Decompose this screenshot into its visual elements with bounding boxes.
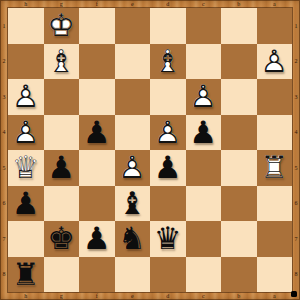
square-f3[interactable] bbox=[79, 79, 115, 115]
black-pawn: ♟ bbox=[186, 115, 222, 151]
square-d2[interactable]: ♝♗ bbox=[150, 44, 186, 80]
coord-bottom-b: b bbox=[235, 292, 243, 300]
square-g7[interactable]: ♚ bbox=[44, 221, 80, 257]
square-f7[interactable]: ♟ bbox=[79, 221, 115, 257]
black-pawn: ♟ bbox=[150, 150, 186, 186]
coord-left-5: 5 bbox=[0, 164, 8, 172]
square-e6[interactable]: ♝ bbox=[115, 186, 151, 222]
white-pawn: ♟♙ bbox=[150, 115, 186, 151]
square-a7[interactable] bbox=[257, 221, 293, 257]
square-f8[interactable] bbox=[79, 257, 115, 293]
coord-right-4: 4 bbox=[292, 128, 300, 136]
square-b4[interactable] bbox=[221, 115, 257, 151]
square-g8[interactable] bbox=[44, 257, 80, 293]
coord-bottom-h: h bbox=[22, 292, 30, 300]
coord-top-a: a bbox=[270, 0, 278, 8]
coord-right-8: 8 bbox=[292, 270, 300, 278]
coord-right-7: 7 bbox=[292, 235, 300, 243]
square-a1[interactable] bbox=[257, 8, 293, 44]
square-b3[interactable] bbox=[221, 79, 257, 115]
square-e8[interactable] bbox=[115, 257, 151, 293]
coord-top-h: h bbox=[22, 0, 30, 8]
white-pawn: ♟♙ bbox=[257, 44, 293, 80]
square-c6[interactable] bbox=[186, 186, 222, 222]
square-e3[interactable] bbox=[115, 79, 151, 115]
white-bishop: ♝♗ bbox=[150, 44, 186, 80]
black-pawn: ♟ bbox=[79, 221, 115, 257]
board-grid: ♚♔♝♗♝♗♟♙♟♙♟♙♟♙♟♟♙♟♛♕♟♟♙♟♜♖♟♝♚♟♞♛♜ bbox=[8, 8, 292, 292]
coord-left-1: 1 bbox=[0, 22, 8, 30]
coord-left-8: 8 bbox=[0, 270, 8, 278]
square-c8[interactable] bbox=[186, 257, 222, 293]
black-pawn: ♟ bbox=[79, 115, 115, 151]
square-e5[interactable]: ♟♙ bbox=[115, 150, 151, 186]
white-queen: ♛♕ bbox=[8, 150, 44, 186]
square-c2[interactable] bbox=[186, 44, 222, 80]
square-d1[interactable] bbox=[150, 8, 186, 44]
square-d7[interactable]: ♛ bbox=[150, 221, 186, 257]
square-b5[interactable] bbox=[221, 150, 257, 186]
square-a6[interactable] bbox=[257, 186, 293, 222]
white-pawn: ♟♙ bbox=[186, 79, 222, 115]
square-f1[interactable] bbox=[79, 8, 115, 44]
coord-left-7: 7 bbox=[0, 235, 8, 243]
white-bishop: ♝♗ bbox=[44, 44, 80, 80]
square-a5[interactable]: ♜♖ bbox=[257, 150, 293, 186]
square-a4[interactable] bbox=[257, 115, 293, 151]
black-pawn: ♟ bbox=[8, 186, 44, 222]
coord-bottom-e: e bbox=[128, 292, 136, 300]
coord-bottom-c: c bbox=[199, 292, 207, 300]
square-c4[interactable]: ♟ bbox=[186, 115, 222, 151]
square-b6[interactable] bbox=[221, 186, 257, 222]
coord-top-f: f bbox=[93, 0, 101, 8]
black-rook: ♜ bbox=[8, 257, 44, 293]
square-h3[interactable]: ♟♙ bbox=[8, 79, 44, 115]
coord-left-4: 4 bbox=[0, 128, 8, 136]
square-d3[interactable] bbox=[150, 79, 186, 115]
square-h7[interactable] bbox=[8, 221, 44, 257]
square-h2[interactable] bbox=[8, 44, 44, 80]
square-g3[interactable] bbox=[44, 79, 80, 115]
square-g2[interactable]: ♝♗ bbox=[44, 44, 80, 80]
square-d5[interactable]: ♟ bbox=[150, 150, 186, 186]
square-b2[interactable] bbox=[221, 44, 257, 80]
square-c3[interactable]: ♟♙ bbox=[186, 79, 222, 115]
white-rook: ♜♖ bbox=[257, 150, 293, 186]
square-h4[interactable]: ♟♙ bbox=[8, 115, 44, 151]
chess-board: ♚♔♝♗♝♗♟♙♟♙♟♙♟♙♟♟♙♟♛♕♟♟♙♟♜♖♟♝♚♟♞♛♜ hgfedc… bbox=[0, 0, 300, 300]
square-f2[interactable] bbox=[79, 44, 115, 80]
square-g5[interactable]: ♟ bbox=[44, 150, 80, 186]
square-a8[interactable] bbox=[257, 257, 293, 293]
coord-top-e: e bbox=[128, 0, 136, 8]
coord-top-d: d bbox=[164, 0, 172, 8]
black-knight: ♞ bbox=[115, 221, 151, 257]
square-f5[interactable] bbox=[79, 150, 115, 186]
coord-right-1: 1 bbox=[292, 22, 300, 30]
black-to-move-indicator bbox=[291, 291, 297, 297]
square-c1[interactable] bbox=[186, 8, 222, 44]
square-b1[interactable] bbox=[221, 8, 257, 44]
square-c7[interactable] bbox=[186, 221, 222, 257]
square-h1[interactable] bbox=[8, 8, 44, 44]
square-g1[interactable]: ♚♔ bbox=[44, 8, 80, 44]
black-queen: ♛ bbox=[150, 221, 186, 257]
square-g4[interactable] bbox=[44, 115, 80, 151]
white-pawn: ♟♙ bbox=[115, 150, 151, 186]
coord-left-2: 2 bbox=[0, 57, 8, 65]
coord-left-3: 3 bbox=[0, 93, 8, 101]
square-f4[interactable]: ♟ bbox=[79, 115, 115, 151]
square-e2[interactable] bbox=[115, 44, 151, 80]
coord-left-6: 6 bbox=[0, 199, 8, 207]
square-g6[interactable] bbox=[44, 186, 80, 222]
coord-top-c: c bbox=[199, 0, 207, 8]
coord-bottom-a: a bbox=[270, 292, 278, 300]
black-bishop: ♝ bbox=[115, 186, 151, 222]
white-pawn: ♟♙ bbox=[8, 115, 44, 151]
coord-right-3: 3 bbox=[292, 93, 300, 101]
square-a2[interactable]: ♟♙ bbox=[257, 44, 293, 80]
square-d4[interactable]: ♟♙ bbox=[150, 115, 186, 151]
square-d8[interactable] bbox=[150, 257, 186, 293]
square-e7[interactable]: ♞ bbox=[115, 221, 151, 257]
square-b8[interactable] bbox=[221, 257, 257, 293]
square-e1[interactable] bbox=[115, 8, 151, 44]
square-c5[interactable] bbox=[186, 150, 222, 186]
white-king: ♚♔ bbox=[44, 8, 80, 44]
coord-bottom-d: d bbox=[164, 292, 172, 300]
square-f6[interactable] bbox=[79, 186, 115, 222]
square-d6[interactable] bbox=[150, 186, 186, 222]
black-pawn: ♟ bbox=[44, 150, 80, 186]
square-h5[interactable]: ♛♕ bbox=[8, 150, 44, 186]
coord-right-6: 6 bbox=[292, 199, 300, 207]
white-pawn: ♟♙ bbox=[8, 79, 44, 115]
coord-bottom-g: g bbox=[57, 292, 65, 300]
coord-bottom-f: f bbox=[93, 292, 101, 300]
square-h6[interactable]: ♟ bbox=[8, 186, 44, 222]
square-a3[interactable] bbox=[257, 79, 293, 115]
square-b7[interactable] bbox=[221, 221, 257, 257]
coord-top-b: b bbox=[235, 0, 243, 8]
coord-right-2: 2 bbox=[292, 57, 300, 65]
square-h8[interactable]: ♜ bbox=[8, 257, 44, 293]
coord-right-5: 5 bbox=[292, 164, 300, 172]
black-king: ♚ bbox=[44, 221, 80, 257]
square-e4[interactable] bbox=[115, 115, 151, 151]
